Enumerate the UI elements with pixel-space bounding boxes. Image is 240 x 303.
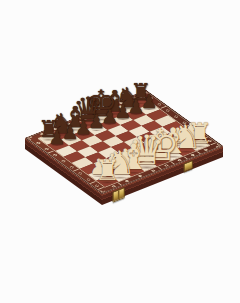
chess-set-photo: ♜♞♝♛♚♝♞♜♟♟♟♟♟♟♟♟♟♟♟♟♟♟♟♟♜♞♝♛♚♝♞♜ [0, 0, 240, 303]
piece-black-pawn: ♟ [62, 123, 79, 142]
piece-white-king: ♚ [140, 122, 179, 166]
piece-white-knight: ♞ [106, 148, 135, 181]
piece-white-knight: ♞ [172, 121, 201, 154]
piece-black-king: ♚ [85, 86, 118, 122]
piece-white-bishop: ♝ [157, 125, 188, 160]
piece-black-knight: ♞ [115, 84, 139, 111]
piece-white-pawn: ♟ [102, 152, 121, 173]
piece-white-bishop: ♝ [118, 140, 149, 175]
piece-black-pawn: ♟ [101, 108, 118, 127]
piece-black-pawn: ♟ [88, 113, 105, 132]
pieces-layer: ♜♞♝♛♚♝♞♜♟♟♟♟♟♟♟♟♟♟♟♟♟♟♟♟♜♞♝♛♚♝♞♜ [0, 0, 240, 303]
piece-black-knight: ♞ [50, 110, 74, 137]
piece-white-pawn: ♟ [116, 146, 135, 167]
piece-white-pawn: ♟ [168, 125, 187, 146]
piece-white-queen: ♛ [129, 130, 165, 170]
piece-white-pawn: ♟ [155, 131, 174, 152]
piece-white-pawn: ♟ [142, 136, 161, 157]
piece-white-pawn: ♟ [129, 141, 148, 162]
piece-black-pawn: ♟ [141, 92, 158, 111]
piece-white-rook: ♜ [95, 157, 120, 185]
piece-white-rook: ♜ [187, 120, 212, 148]
piece-black-queen: ♛ [73, 94, 103, 128]
piece-white-pawn: ♟ [181, 120, 200, 141]
piece-black-rook: ♜ [38, 118, 59, 142]
piece-black-bishop: ♝ [101, 87, 127, 116]
piece-black-pawn: ♟ [75, 118, 92, 137]
piece-black-pawn: ♟ [128, 97, 145, 116]
piece-black-pawn: ♟ [49, 129, 66, 148]
piece-black-rook: ♜ [130, 82, 151, 106]
piece-white-pawn: ♟ [89, 157, 108, 178]
piece-black-bishop: ♝ [62, 103, 88, 132]
piece-black-pawn: ♟ [114, 102, 131, 121]
